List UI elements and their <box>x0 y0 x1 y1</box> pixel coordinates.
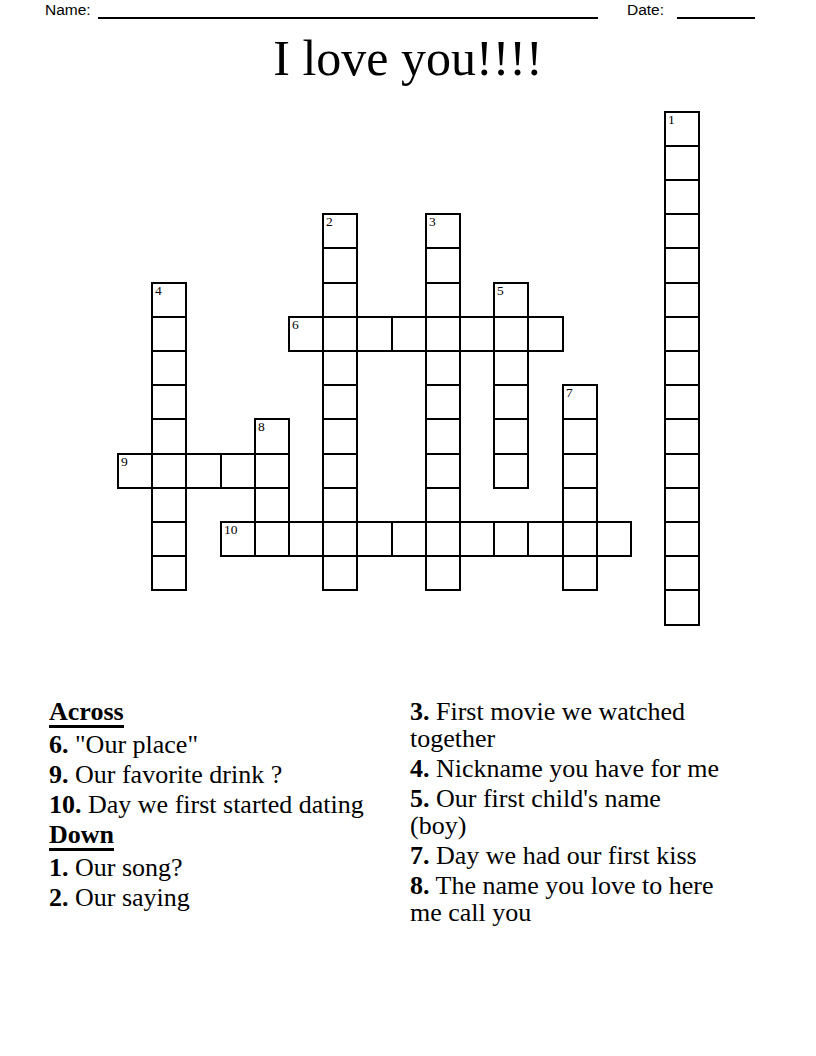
clue-num: 1. <box>49 853 69 882</box>
across-heading: Across <box>49 698 389 728</box>
clue-num: 5. <box>410 784 430 813</box>
clue-text: Our favorite drink ? <box>69 760 283 789</box>
grid-cell[interactable] <box>151 521 187 557</box>
grid-cell[interactable] <box>425 316 461 352</box>
grid-cell[interactable] <box>664 487 700 523</box>
across-clue-list: 6. "Our place"9. Our favorite drink ?10.… <box>49 731 389 818</box>
clue-item: 10. Day we first started dating <box>49 791 389 818</box>
clue-text: Our song? <box>69 853 183 882</box>
grid-cell[interactable] <box>391 316 427 352</box>
clue-text: The name you love to here me call you <box>410 871 713 927</box>
grid-cell[interactable] <box>664 282 700 318</box>
grid-cell[interactable] <box>562 453 598 489</box>
grid-cell[interactable] <box>322 282 358 318</box>
grid-cell[interactable] <box>493 350 529 386</box>
grid-cell[interactable]: 2 <box>322 213 358 249</box>
grid-cell[interactable] <box>664 316 700 352</box>
grid-cell[interactable] <box>151 384 187 420</box>
across-heading-text: Across <box>49 698 124 728</box>
grid-cell[interactable] <box>664 521 700 557</box>
grid-cell[interactable] <box>425 487 461 523</box>
grid-cell[interactable] <box>425 247 461 284</box>
grid-cell[interactable] <box>664 418 700 455</box>
clue-text: Our saying <box>69 883 190 912</box>
grid-cell[interactable] <box>322 487 358 523</box>
grid-cell[interactable] <box>425 384 461 420</box>
down-heading: Down <box>49 821 389 851</box>
clue-num: 6. <box>49 730 69 759</box>
grid-cell[interactable] <box>151 555 187 591</box>
down-heading-text: Down <box>49 821 114 851</box>
grid-cell[interactable] <box>322 316 358 352</box>
grid-cell[interactable] <box>664 145 700 181</box>
clue-number: 6 <box>292 318 299 332</box>
grid-cell[interactable] <box>425 282 461 318</box>
grid-cell[interactable] <box>356 316 393 352</box>
clue-number: 7 <box>566 386 573 400</box>
grid-cell[interactable] <box>664 384 700 420</box>
clue-item: 9. Our favorite drink ? <box>49 761 389 788</box>
grid-cell[interactable] <box>664 179 700 215</box>
clue-text: First movie we watched together <box>410 697 685 753</box>
clue-text: Day we first started dating <box>82 790 364 819</box>
grid-cell[interactable] <box>493 521 529 557</box>
clue-number: 4 <box>155 284 162 298</box>
grid-cell[interactable] <box>562 418 598 455</box>
clue-num: 7. <box>410 841 430 870</box>
clue-num: 9. <box>49 760 69 789</box>
grid-cell[interactable] <box>254 487 290 523</box>
clue-number: 5 <box>497 284 504 298</box>
clue-num: 4. <box>410 754 430 783</box>
grid-cell[interactable] <box>664 453 700 489</box>
grid-cell[interactable] <box>425 418 461 455</box>
grid-cell[interactable] <box>459 521 495 557</box>
grid-cell[interactable]: 6 <box>288 316 324 352</box>
grid-cell[interactable] <box>151 418 187 455</box>
grid-cell[interactable] <box>254 453 290 489</box>
clue-number: 10 <box>224 523 238 537</box>
grid-cell[interactable] <box>425 521 461 557</box>
clue-number: 1 <box>668 113 675 127</box>
clue-item: 4. Nickname you have for me <box>410 755 723 782</box>
down-clue-list-left: 1. Our song?2. Our saying <box>49 854 389 911</box>
grid-cell[interactable] <box>493 316 529 352</box>
grid-cell[interactable] <box>356 521 393 557</box>
grid-cell[interactable]: 8 <box>254 418 290 455</box>
grid-cell[interactable]: 4 <box>151 282 187 318</box>
grid-cell[interactable] <box>151 316 187 352</box>
grid-cell[interactable] <box>322 247 358 284</box>
crossword-worksheet: { "game": "crossword", "title": "I love … <box>0 0 816 1056</box>
grid-cell[interactable] <box>562 555 598 591</box>
grid-cell[interactable]: 5 <box>493 282 529 318</box>
clue-text: "Our place" <box>69 730 199 759</box>
down-clue-list-right: 3. First movie we watched together4. Nic… <box>410 698 723 926</box>
grid-cell[interactable]: 9 <box>117 453 153 489</box>
clue-item: 7. Day we had our first kiss <box>410 842 723 869</box>
grid-cell[interactable] <box>254 521 290 557</box>
grid-cell[interactable] <box>322 555 358 591</box>
crossword-grid: 12345678910 <box>0 0 816 700</box>
clue-text: Day we had our first kiss <box>430 841 697 870</box>
grid-cell[interactable] <box>664 247 700 284</box>
grid-cell[interactable] <box>493 384 529 420</box>
grid-cell[interactable] <box>322 350 358 386</box>
clue-item: 2. Our saying <box>49 884 389 911</box>
clue-text: Our first child's name (boy) <box>410 784 661 840</box>
clue-num: 2. <box>49 883 69 912</box>
clue-item: 3. First movie we watched together <box>410 698 723 752</box>
grid-cell[interactable] <box>562 521 598 557</box>
grid-cell[interactable] <box>322 521 358 557</box>
grid-cell[interactable] <box>151 350 187 386</box>
clue-number: 2 <box>326 215 333 229</box>
grid-cell[interactable] <box>391 521 427 557</box>
clue-item: 8. The name you love to here me call you <box>410 872 723 926</box>
clue-num: 8. <box>410 871 430 900</box>
clue-text: Nickname you have for me <box>430 754 720 783</box>
clue-number: 9 <box>121 455 128 469</box>
grid-cell[interactable] <box>151 453 187 489</box>
grid-cell[interactable] <box>664 555 700 591</box>
grid-cell[interactable] <box>322 453 358 489</box>
grid-cell[interactable] <box>664 213 700 249</box>
grid-cell[interactable]: 3 <box>425 213 461 249</box>
grid-cell[interactable] <box>527 316 564 352</box>
grid-cell[interactable]: 1 <box>664 111 700 147</box>
clue-item: 1. Our song? <box>49 854 389 881</box>
clue-num: 3. <box>410 697 430 726</box>
grid-cell[interactable] <box>562 487 598 523</box>
clue-item: 6. "Our place" <box>49 731 389 758</box>
grid-cell[interactable] <box>322 418 358 455</box>
clue-num: 10. <box>49 790 82 819</box>
clue-number: 8 <box>258 420 265 434</box>
clues-left-column: Across 6. "Our place"9. Our favorite dri… <box>49 698 389 914</box>
clue-item: 5. Our first child's name (boy) <box>410 785 723 839</box>
grid-cell[interactable] <box>185 453 222 489</box>
grid-cell[interactable] <box>459 316 495 352</box>
grid-cell[interactable] <box>151 487 187 523</box>
grid-cell[interactable] <box>664 350 700 386</box>
grid-cell[interactable] <box>288 521 324 557</box>
grid-cell[interactable] <box>493 418 529 455</box>
grid-cell[interactable] <box>493 453 529 489</box>
grid-cell[interactable] <box>425 350 461 386</box>
grid-cell[interactable] <box>220 453 256 489</box>
grid-cell[interactable] <box>596 521 632 557</box>
grid-cell[interactable]: 7 <box>562 384 598 420</box>
grid-cell[interactable]: 10 <box>220 521 256 557</box>
clue-number: 3 <box>429 215 436 229</box>
grid-cell[interactable] <box>664 589 700 626</box>
clues-right-column: 3. First movie we watched together4. Nic… <box>410 698 723 929</box>
grid-cell[interactable] <box>322 384 358 420</box>
grid-cell[interactable] <box>425 555 461 591</box>
grid-cell[interactable] <box>425 453 461 489</box>
grid-cell[interactable] <box>527 521 564 557</box>
